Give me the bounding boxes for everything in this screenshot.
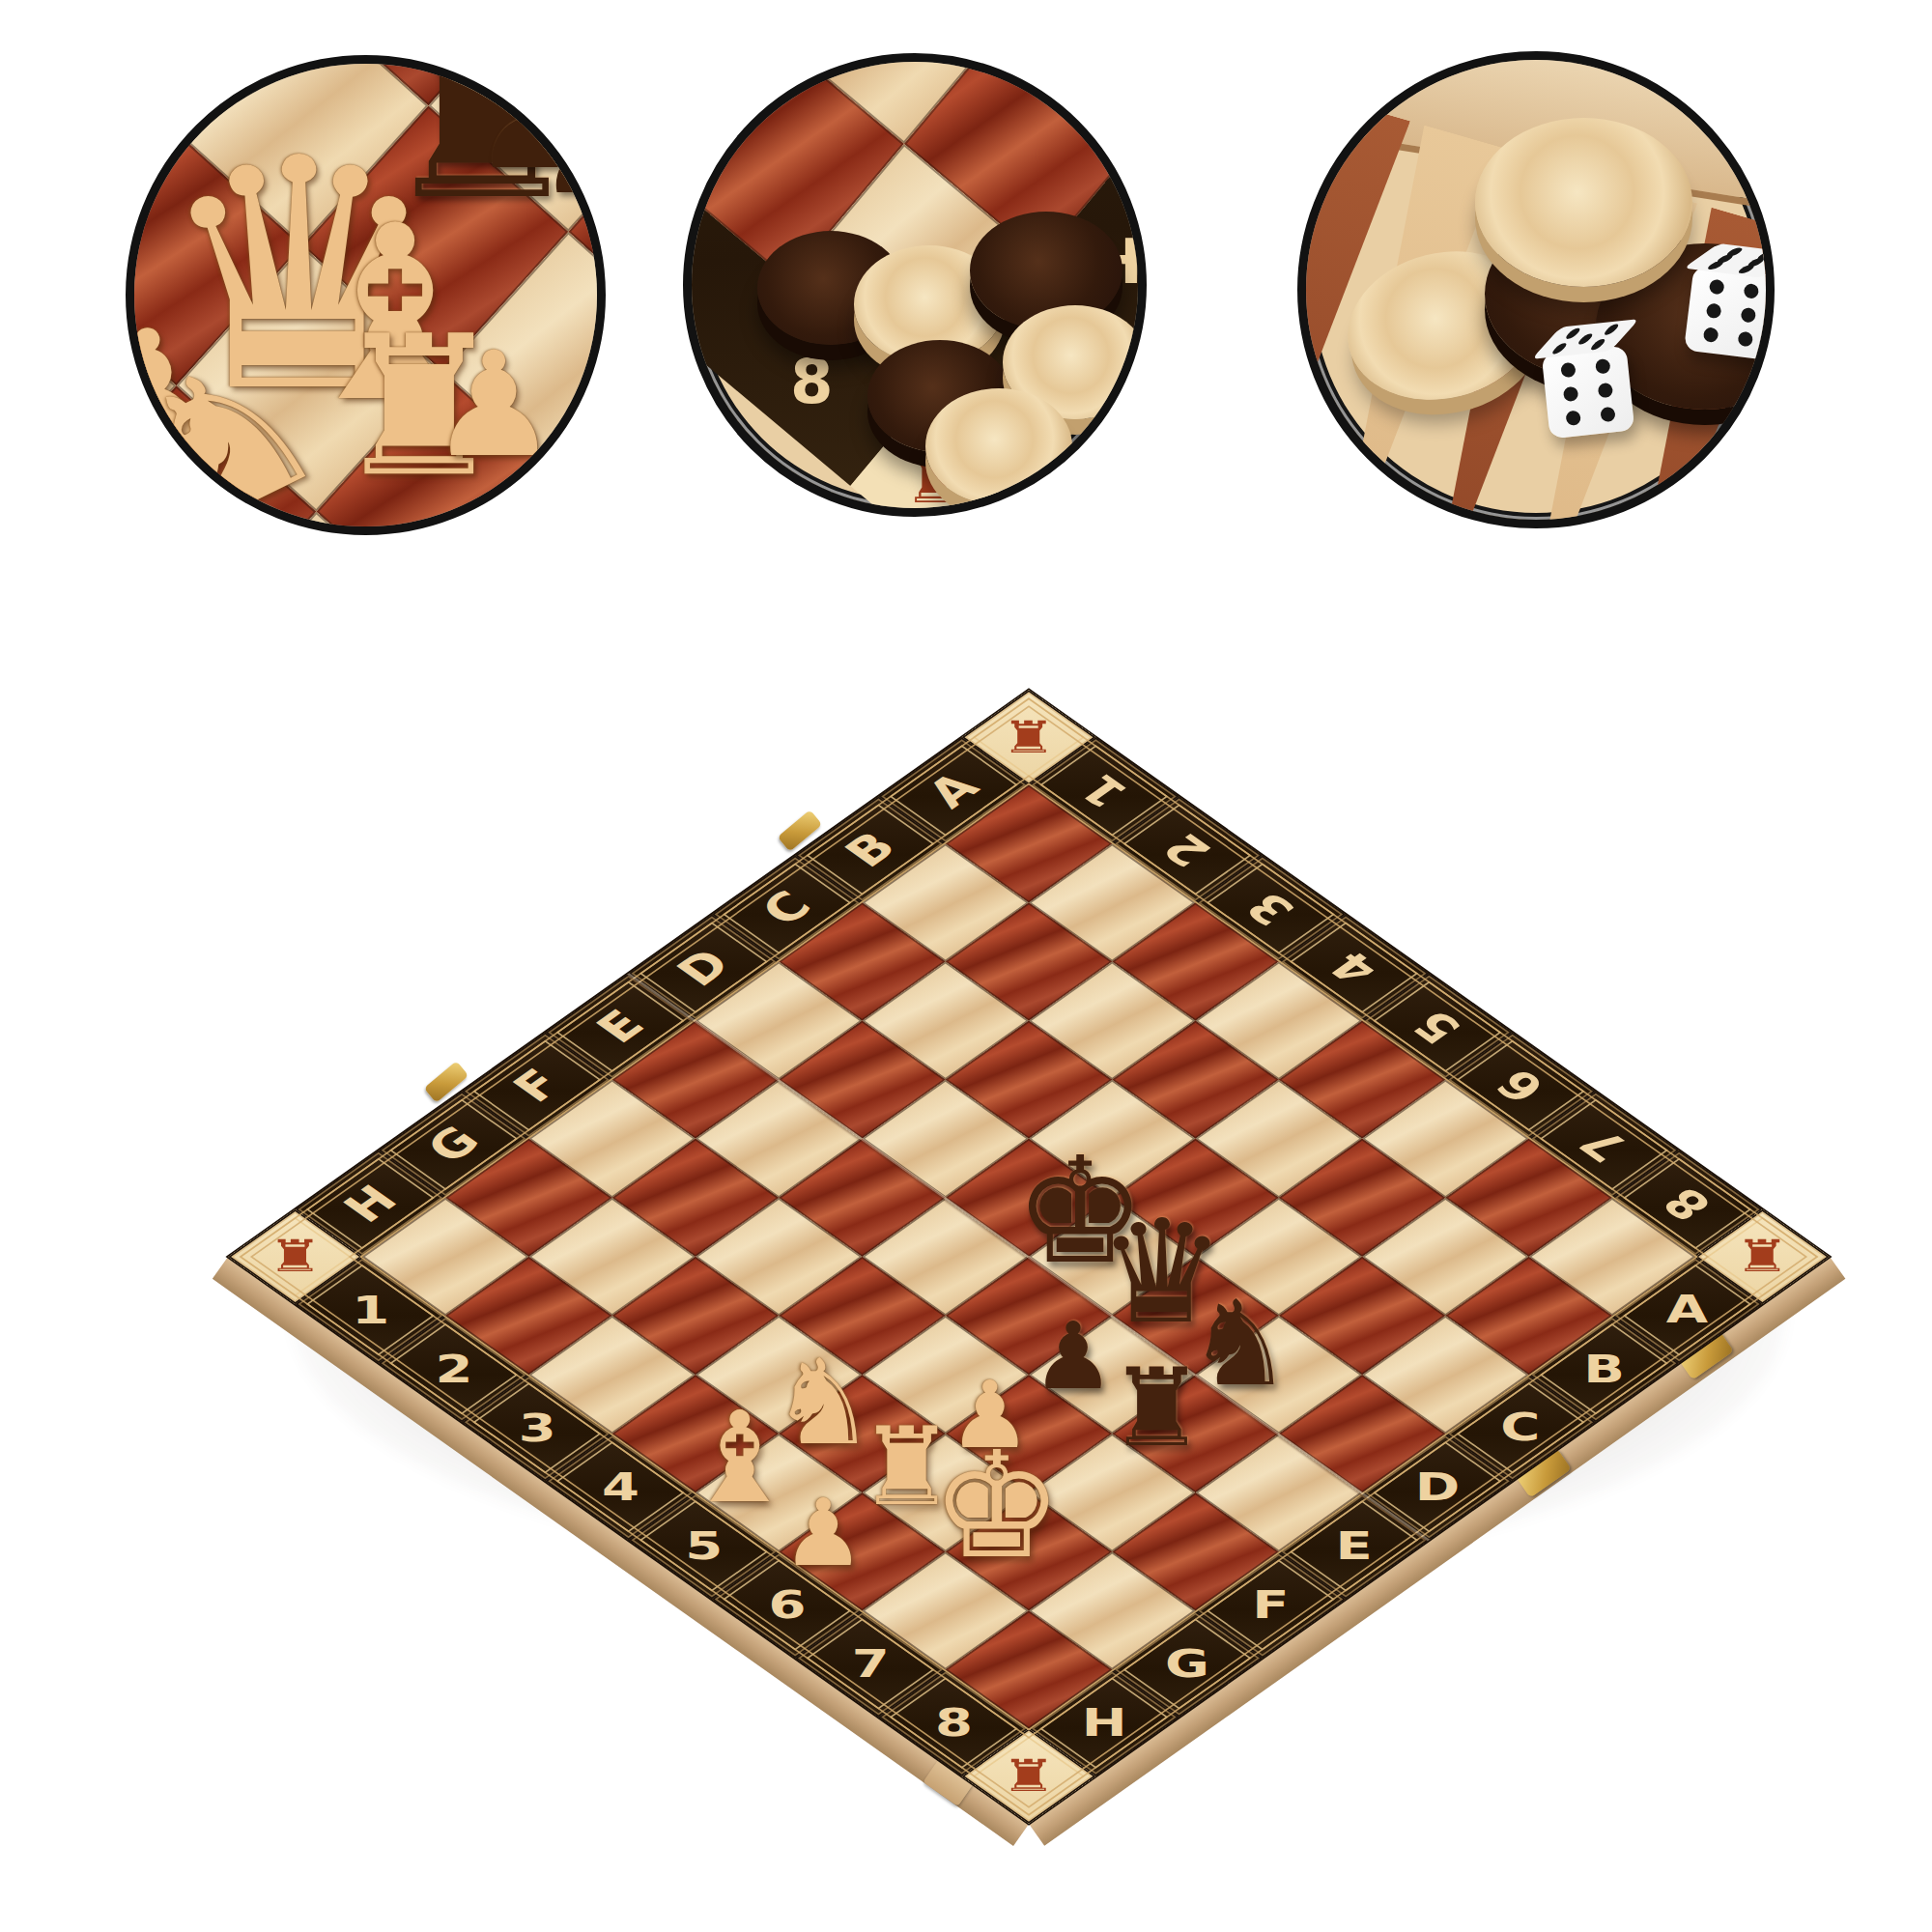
file-label-top: 6: [1489, 1063, 1553, 1109]
die-top-pip: [1602, 324, 1621, 335]
coordinate-label-8: 8: [773, 346, 850, 417]
file-label-bottom: 1: [352, 1291, 389, 1329]
die-top-pip: [1576, 333, 1595, 345]
die-pip: [1703, 327, 1719, 343]
inset-chess-closeup: ♜ ♟ ♟ ♟ ♛ ♞ ♝ ♜ ♟: [126, 55, 606, 535]
file-label-top: 5: [1405, 1004, 1469, 1050]
rook-corner-icon: ♜: [1735, 1235, 1790, 1278]
rank-label-right: C: [1501, 1408, 1541, 1447]
file-label-top: 7: [1572, 1122, 1636, 1168]
rank-label-right: D: [1415, 1467, 1460, 1506]
inset-backgammon-closeup: [1297, 51, 1775, 528]
rook-corner-icon: ♜: [1001, 716, 1056, 759]
inset-checkers-closeup: 8 G H ♜: [683, 53, 1147, 517]
rook-corner-icon: ♜: [1001, 1754, 1056, 1798]
die-top-pip: [1736, 265, 1757, 274]
die-pip: [1706, 302, 1722, 319]
rank-label-left: H: [335, 1179, 406, 1229]
dark-pawn-figure: ♟: [536, 78, 606, 213]
die-top-pip: [1704, 261, 1725, 270]
rank-label-left: F: [505, 1063, 570, 1108]
file-label-bottom: 8: [935, 1704, 973, 1743]
rank-label-left: G: [419, 1120, 489, 1169]
file-label-top: 1: [1071, 768, 1136, 814]
die-pip: [1561, 362, 1577, 378]
file-label-top: 3: [1238, 886, 1303, 932]
die-pip: [1737, 330, 1753, 347]
light-pawn-figure: ♟: [429, 332, 558, 477]
die-top-pip: [1549, 343, 1569, 355]
die-pip: [1743, 283, 1759, 299]
die-pip: [1709, 279, 1725, 296]
rook-corner-icon: ♜: [268, 1235, 323, 1278]
checker-disc-light: [925, 388, 1072, 504]
inset-square: [126, 526, 190, 535]
file-label-bottom: 2: [435, 1350, 472, 1388]
white-pawn-on-H6: ♟: [764, 1487, 882, 1579]
file-label-bottom: 3: [518, 1408, 555, 1447]
file-label-bottom: 5: [685, 1527, 723, 1566]
rank-label-right: H: [1081, 1704, 1126, 1743]
inset-square: [554, 55, 606, 92]
die-top-pip: [1564, 327, 1583, 339]
file-label-top: 4: [1321, 945, 1386, 991]
backgammon-checker-light-top: [1475, 118, 1692, 287]
rank-label-right: B: [1583, 1350, 1625, 1388]
inset-square: [582, 357, 606, 535]
die-pip: [1566, 410, 1581, 425]
board-grid: ♜12345678♜AABBCCD♚♛♞DE♟♜EF♟FG♞♜♚GH♝♟H♜12…: [228, 690, 1829, 1823]
die-pip: [1740, 307, 1756, 324]
rank-label-left: B: [837, 826, 904, 873]
rank-label-right: A: [1666, 1291, 1708, 1329]
white-king-on-G7: ♚: [931, 1433, 1049, 1579]
file-label-top: 2: [1154, 827, 1219, 873]
rank-label-left: A: [920, 767, 987, 815]
product-photo-page: ♜ ♟ ♟ ♟ ♛ ♞ ♝ ♜ ♟ 8 G H ♜: [0, 0, 1932, 1932]
die-six: [1684, 266, 1775, 360]
rank-label-left: C: [753, 885, 820, 932]
main-board: ♜12345678♜AABBCCD♚♛♞DE♟♜EF♟FG♞♜♚GH♝♟H♜12…: [228, 690, 1829, 1823]
rank-label-right: E: [1335, 1527, 1372, 1566]
rank-label-left: D: [668, 943, 738, 992]
rank-label-left: E: [588, 1004, 653, 1049]
die-five: [1542, 346, 1635, 440]
file-label-top: 8: [1655, 1180, 1719, 1227]
file-label-bottom: 7: [851, 1645, 889, 1684]
die-pip: [1600, 406, 1615, 421]
rank-label-right: F: [1252, 1586, 1289, 1625]
inset-square: [456, 497, 606, 535]
die-pip: [1595, 358, 1610, 374]
rank-label-right: G: [1165, 1645, 1209, 1684]
file-label-bottom: 6: [768, 1586, 806, 1625]
die-top-pip: [1588, 339, 1607, 351]
die-pip: [1597, 383, 1612, 398]
dark-rook-on-E7: ♜: [1097, 1353, 1215, 1462]
die-pip: [1563, 386, 1578, 402]
file-label-bottom: 4: [602, 1467, 639, 1506]
backgammon-point: [1770, 263, 1775, 528]
